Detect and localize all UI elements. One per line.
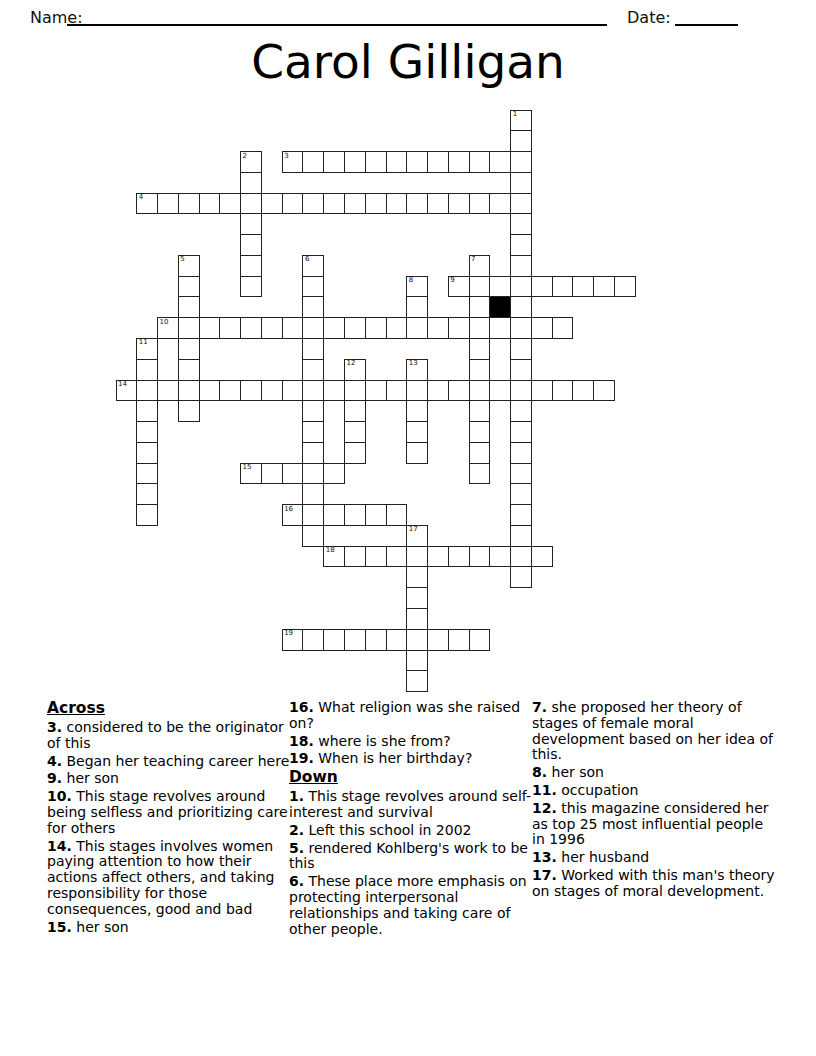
clue: 16. What religion was she raised on? <box>289 700 532 732</box>
grid-cell[interactable] <box>406 380 428 402</box>
grid-cell[interactable] <box>427 380 449 402</box>
grid-cell[interactable] <box>261 317 283 339</box>
grid-cell[interactable] <box>552 380 574 402</box>
grid-cell[interactable]: 15 <box>240 463 262 485</box>
grid-cell[interactable] <box>469 317 491 339</box>
grid-cell[interactable] <box>344 546 366 568</box>
grid-cell[interactable]: 6 <box>302 255 324 277</box>
clue: 1. This stage revolves around self-inter… <box>289 789 532 821</box>
date-underline[interactable] <box>675 24 738 26</box>
clue-text: considered to be the originator of this <box>47 719 284 751</box>
grid-cell[interactable] <box>261 193 283 215</box>
grid-cell[interactable] <box>489 276 511 298</box>
grid-cell[interactable] <box>344 400 366 422</box>
grid-cell[interactable] <box>427 317 449 339</box>
grid-cell[interactable]: 9 <box>448 276 470 298</box>
grid-cell[interactable] <box>199 380 221 402</box>
clue-text: What religion was she raised on? <box>289 699 520 731</box>
date-label: Date: <box>627 8 671 27</box>
cell-number: 13 <box>409 360 418 367</box>
grid-cell[interactable] <box>469 400 491 422</box>
grid-cell[interactable] <box>427 629 449 651</box>
clue-text: This stage revolves around being selfles… <box>47 788 288 836</box>
grid-cell[interactable] <box>302 296 324 318</box>
grid-cell[interactable] <box>593 276 615 298</box>
grid-cell[interactable] <box>386 151 408 173</box>
grid-cell[interactable] <box>157 380 179 402</box>
clue-text: this magazine considered her as top 25 m… <box>532 800 769 848</box>
grid-cell[interactable] <box>510 400 532 422</box>
grid-cell[interactable] <box>386 380 408 402</box>
grid-cell[interactable] <box>469 629 491 651</box>
clue-number-label: 6. <box>289 873 304 889</box>
clue: 19. When is her birthday? <box>289 751 532 767</box>
grid-cell[interactable] <box>323 151 345 173</box>
grid-cell[interactable]: 3 <box>282 151 304 173</box>
grid-cell[interactable] <box>406 193 428 215</box>
clue-text: where is she from? <box>314 733 451 749</box>
clue: 18. where is she from? <box>289 734 532 750</box>
cell-number: 16 <box>284 506 293 513</box>
grid-cell[interactable] <box>510 130 532 152</box>
clue-column-1: Across3. considered to be the originator… <box>47 700 290 937</box>
grid-cell[interactable] <box>593 380 615 402</box>
grid-cell[interactable]: 16 <box>282 504 304 526</box>
clue-text: rendered Kohlberg's work to be this <box>289 840 528 872</box>
page-title: Carol Gilligan <box>0 34 816 89</box>
clue-number-label: 16. <box>289 699 314 715</box>
grid-cell[interactable]: 7 <box>469 255 491 277</box>
grid-cell[interactable] <box>136 380 158 402</box>
grid-cell[interactable] <box>302 483 324 505</box>
clue-number-label: 19. <box>289 750 314 766</box>
cell-number: 10 <box>160 319 169 326</box>
grid-cell[interactable] <box>406 650 428 672</box>
grid-cell[interactable] <box>531 317 553 339</box>
grid-cell[interactable] <box>282 380 304 402</box>
grid-cell[interactable] <box>510 546 532 568</box>
grid-cell[interactable] <box>572 380 594 402</box>
grid-cell[interactable]: 11 <box>136 338 158 360</box>
grid-cell[interactable]: 2 <box>240 151 262 173</box>
cell-number: 11 <box>139 339 148 346</box>
grid-cell[interactable] <box>365 317 387 339</box>
cell-number: 5 <box>180 256 184 263</box>
grid-cell[interactable] <box>365 151 387 173</box>
grid-cell[interactable] <box>510 442 532 464</box>
grid-cell[interactable] <box>469 151 491 173</box>
grid-cell[interactable] <box>469 193 491 215</box>
clue-number-label: 7. <box>532 699 547 715</box>
grid-cell[interactable] <box>510 421 532 443</box>
grid-cell[interactable] <box>240 276 262 298</box>
grid-cell[interactable] <box>406 566 428 588</box>
clue-number-label: 4. <box>47 753 62 769</box>
clue-number-label: 11. <box>532 782 557 798</box>
grid-cell[interactable] <box>572 276 594 298</box>
grid-cell[interactable] <box>552 276 574 298</box>
clue: 2. Left this school in 2002 <box>289 823 532 839</box>
grid-cell[interactable] <box>469 296 491 318</box>
grid-cell[interactable] <box>282 317 304 339</box>
name-underline[interactable] <box>67 24 607 26</box>
grid-cell[interactable]: 14 <box>116 380 138 402</box>
grid-cell[interactable] <box>365 193 387 215</box>
grid-cell[interactable] <box>365 504 387 526</box>
grid-cell[interactable] <box>302 151 324 173</box>
grid-cell[interactable]: 18 <box>323 546 345 568</box>
grid-cell[interactable] <box>448 380 470 402</box>
grid-cell[interactable] <box>510 504 532 526</box>
grid-cell[interactable] <box>531 546 553 568</box>
grid-cell[interactable] <box>489 193 511 215</box>
cell-number: 7 <box>471 256 475 263</box>
grid-cell[interactable] <box>469 546 491 568</box>
grid-cell[interactable] <box>406 421 428 443</box>
grid-cell[interactable] <box>302 193 324 215</box>
clue: 8. her son <box>532 765 775 781</box>
grid-cell[interactable] <box>302 359 324 381</box>
clue: 5. rendered Kohlberg's work to be this <box>289 841 532 873</box>
cell-number: 4 <box>139 194 143 201</box>
grid-cell[interactable]: 8 <box>406 276 428 298</box>
clue: 6. These place more emphasis on protecti… <box>289 874 532 937</box>
grid-cell[interactable] <box>386 546 408 568</box>
grid-cell[interactable] <box>427 151 449 173</box>
grid-cell[interactable] <box>448 317 470 339</box>
grid-cell[interactable]: 1 <box>510 110 532 132</box>
cell-number: 9 <box>450 277 454 284</box>
grid-cell[interactable] <box>302 276 324 298</box>
cell-number: 15 <box>243 464 252 471</box>
cell-number: 12 <box>346 360 355 367</box>
grid-cell[interactable] <box>178 193 200 215</box>
clue-number-label: 1. <box>289 788 304 804</box>
worksheet-page: Name: Date: Carol Gilligan 1234567891011… <box>0 0 816 1056</box>
grid-cell[interactable] <box>531 380 553 402</box>
grid-cell[interactable] <box>489 380 511 402</box>
grid-cell[interactable] <box>469 359 491 381</box>
grid-cell[interactable] <box>510 213 532 235</box>
grid-cell[interactable] <box>282 193 304 215</box>
grid-cell[interactable] <box>510 463 532 485</box>
grid-cell[interactable] <box>302 463 324 485</box>
cell-number: 17 <box>409 526 418 533</box>
grid-cell[interactable] <box>469 442 491 464</box>
clue-text: This stages involves women paying attent… <box>47 838 274 917</box>
grid-cell[interactable] <box>240 213 262 235</box>
grid-cell[interactable] <box>323 380 345 402</box>
clue: 4. Began her teaching career here <box>47 754 290 770</box>
grid-cell[interactable] <box>178 296 200 318</box>
grid-cell[interactable] <box>157 193 179 215</box>
clue-text: These place more emphasis on protecting … <box>289 873 527 936</box>
grid-cell[interactable] <box>510 317 532 339</box>
grid-cell[interactable] <box>427 546 449 568</box>
grid-cell[interactable] <box>386 504 408 526</box>
grid-cell[interactable] <box>240 317 262 339</box>
grid-cell[interactable] <box>178 380 200 402</box>
clue: 14. This stages involves women paying at… <box>47 839 290 918</box>
grid-cell[interactable] <box>386 193 408 215</box>
clue-text: When is her birthday? <box>314 750 473 766</box>
clue: 10. This stage revolves around being sel… <box>47 789 290 836</box>
grid-cell[interactable]: 13 <box>406 359 428 381</box>
grid-cell[interactable] <box>344 504 366 526</box>
clue-column-3: 7. she proposed her theory of stages of … <box>532 700 775 902</box>
grid-cell[interactable] <box>448 629 470 651</box>
clue: 3. considered to be the originator of th… <box>47 720 290 752</box>
grid-cell[interactable] <box>323 317 345 339</box>
grid-cell[interactable] <box>406 400 428 422</box>
cell-number: 14 <box>118 381 127 388</box>
grid-cell[interactable] <box>510 193 532 215</box>
clue: 12. this magazine considered her as top … <box>532 801 775 848</box>
grid-cell[interactable] <box>240 172 262 194</box>
grid-cell[interactable] <box>178 276 200 298</box>
grid-cell[interactable] <box>469 421 491 443</box>
grid-cell[interactable] <box>136 400 158 422</box>
clue: 15. her son <box>47 920 290 936</box>
grid-cell[interactable] <box>510 296 532 318</box>
clue-number-label: 12. <box>532 800 557 816</box>
grid-cell[interactable] <box>510 255 532 277</box>
cell-number: 3 <box>284 153 288 160</box>
clue-number-label: 14. <box>47 838 72 854</box>
grid-cell[interactable] <box>510 276 532 298</box>
grid-cell[interactable] <box>261 463 283 485</box>
grid-cell[interactable] <box>406 546 428 568</box>
grid-cell[interactable] <box>323 629 345 651</box>
grid-cell[interactable] <box>136 442 158 464</box>
grid-cell[interactable] <box>136 421 158 443</box>
grid-cell[interactable] <box>240 380 262 402</box>
grid-cell[interactable] <box>614 276 636 298</box>
grid-cell[interactable] <box>302 504 324 526</box>
grid-cell[interactable] <box>406 587 428 609</box>
cell-number: 6 <box>305 256 309 263</box>
grid-cell[interactable] <box>302 421 324 443</box>
clue-text: This stage revolves around self-interest… <box>289 788 531 820</box>
grid-cell[interactable] <box>386 317 408 339</box>
black-cell <box>489 296 511 318</box>
clue-column-2: 16. What religion was she raised on?18. … <box>289 700 532 939</box>
cell-number: 18 <box>326 547 335 554</box>
grid-cell[interactable]: 4 <box>136 193 158 215</box>
grid-cell[interactable] <box>510 566 532 588</box>
grid-cell[interactable] <box>448 546 470 568</box>
clue-number-label: 5. <box>289 840 304 856</box>
grid-cell[interactable] <box>178 359 200 381</box>
grid-cell[interactable]: 17 <box>406 525 428 547</box>
grid-cell[interactable] <box>469 463 491 485</box>
cell-number: 19 <box>284 630 293 637</box>
grid-cell[interactable] <box>510 234 532 256</box>
grid-cell[interactable] <box>240 234 262 256</box>
grid-cell[interactable] <box>323 504 345 526</box>
grid-cell[interactable] <box>240 193 262 215</box>
grid-cell[interactable] <box>323 463 345 485</box>
grid-cell[interactable] <box>344 629 366 651</box>
grid-cell[interactable] <box>406 442 428 464</box>
clue-text: occupation <box>557 782 639 798</box>
grid-cell[interactable]: 5 <box>178 255 200 277</box>
clue-text: Began her teaching career here <box>62 753 289 769</box>
clue-number-label: 13. <box>532 849 557 865</box>
grid-cell[interactable] <box>406 608 428 630</box>
clue-text: Left this school in 2002 <box>304 822 471 838</box>
grid-cell[interactable] <box>510 380 532 402</box>
grid-cell[interactable] <box>344 421 366 443</box>
clue-number-label: 9. <box>47 770 62 786</box>
clue-text: her son <box>547 764 604 780</box>
clue-number-label: 8. <box>532 764 547 780</box>
grid-cell[interactable] <box>406 670 428 692</box>
grid-cell[interactable] <box>489 317 511 339</box>
grid-cell[interactable]: 12 <box>344 359 366 381</box>
clue-number-label: 10. <box>47 788 72 804</box>
grid-cell[interactable] <box>406 151 428 173</box>
cell-number: 8 <box>409 277 413 284</box>
clue-section-heading: Across <box>47 700 290 717</box>
grid-cell[interactable] <box>302 442 324 464</box>
grid-cell[interactable] <box>469 380 491 402</box>
grid-cell[interactable] <box>199 193 221 215</box>
grid-cell[interactable] <box>510 483 532 505</box>
grid-cell[interactable] <box>510 151 532 173</box>
clue-number-label: 3. <box>47 719 62 735</box>
grid-cell[interactable] <box>386 629 408 651</box>
grid-cell[interactable] <box>302 317 324 339</box>
grid-cell[interactable] <box>406 317 428 339</box>
grid-cell[interactable] <box>344 317 366 339</box>
grid-cell[interactable] <box>178 400 200 422</box>
grid-cell[interactable] <box>219 317 241 339</box>
grid-cell[interactable] <box>344 151 366 173</box>
grid-cell[interactable] <box>261 380 283 402</box>
grid-cell[interactable] <box>448 193 470 215</box>
grid-cell[interactable] <box>178 338 200 360</box>
grid-cell[interactable] <box>240 255 262 277</box>
grid-cell[interactable] <box>344 380 366 402</box>
cell-number: 1 <box>513 111 517 118</box>
grid-cell[interactable] <box>510 338 532 360</box>
grid-cell[interactable] <box>302 629 324 651</box>
clue-number-label: 15. <box>47 919 72 935</box>
grid-cell[interactable] <box>323 193 345 215</box>
grid-cell[interactable] <box>302 525 324 547</box>
grid-cell[interactable] <box>531 276 553 298</box>
cell-number: 2 <box>243 153 247 160</box>
clue-number-label: 2. <box>289 822 304 838</box>
grid-cell[interactable] <box>510 359 532 381</box>
clue-section-heading: Down <box>289 769 532 786</box>
clue: 9. her son <box>47 771 290 787</box>
grid-cell[interactable] <box>302 400 324 422</box>
grid-cell[interactable] <box>136 463 158 485</box>
clue: 7. she proposed her theory of stages of … <box>532 700 775 763</box>
grid-cell[interactable]: 10 <box>157 317 179 339</box>
clue: 17. Worked with this man's theory on sta… <box>532 868 775 900</box>
crossword-grid: 12345678910111213141516171819 <box>116 110 636 692</box>
grid-cell[interactable] <box>199 317 221 339</box>
grid-cell[interactable] <box>489 151 511 173</box>
grid-cell[interactable] <box>178 317 200 339</box>
grid-cell[interactable] <box>510 525 532 547</box>
grid-cell[interactable] <box>469 338 491 360</box>
grid-cell[interactable] <box>136 483 158 505</box>
grid-cell[interactable] <box>365 629 387 651</box>
grid-cell[interactable] <box>136 504 158 526</box>
grid-cell[interactable] <box>448 151 470 173</box>
clue: 11. occupation <box>532 783 775 799</box>
clue-text: her son <box>62 770 119 786</box>
clue-text: her husband <box>557 849 649 865</box>
grid-cell[interactable] <box>344 193 366 215</box>
grid-cell[interactable] <box>365 546 387 568</box>
clue: 13. her husband <box>532 850 775 866</box>
grid-cell[interactable] <box>406 296 428 318</box>
grid-cell[interactable] <box>136 359 158 381</box>
grid-cell[interactable] <box>510 172 532 194</box>
grid-cell[interactable] <box>302 338 324 360</box>
grid-cell[interactable] <box>469 276 491 298</box>
grid-cell[interactable] <box>406 629 428 651</box>
grid-cell[interactable] <box>427 193 449 215</box>
grid-cell[interactable] <box>344 442 366 464</box>
grid-cell[interactable] <box>282 463 304 485</box>
clue-number-label: 18. <box>289 733 314 749</box>
clue-number-label: 17. <box>532 867 557 883</box>
grid-cell[interactable] <box>302 380 324 402</box>
grid-cell[interactable] <box>552 317 574 339</box>
grid-cell[interactable]: 19 <box>282 629 304 651</box>
grid-cell[interactable] <box>365 380 387 402</box>
grid-cell[interactable] <box>489 546 511 568</box>
grid-cell[interactable] <box>219 193 241 215</box>
clue-text: Worked with this man's theory on stages … <box>532 867 775 899</box>
clue-text: her son <box>72 919 129 935</box>
grid-cell[interactable] <box>219 380 241 402</box>
clue-text: she proposed her theory of stages of fem… <box>532 699 773 762</box>
